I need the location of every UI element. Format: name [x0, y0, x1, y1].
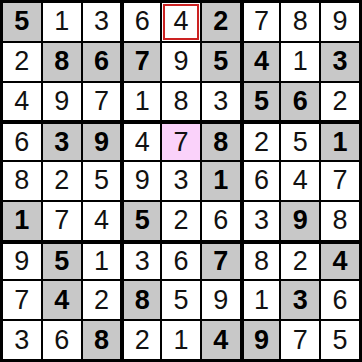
- cell-r7c6[interactable]: 7: [202, 242, 240, 280]
- cell-r8c4[interactable]: 8: [122, 281, 160, 319]
- cell-r2c9[interactable]: 3: [321, 43, 359, 81]
- cell-r9c5[interactable]: 1: [162, 321, 200, 359]
- cell-r6c6[interactable]: 6: [202, 202, 240, 240]
- cell-r7c9[interactable]: 4: [321, 242, 359, 280]
- cell-r9c1[interactable]: 3: [3, 321, 41, 359]
- cell-r4c2[interactable]: 3: [43, 122, 81, 160]
- cell-r5c7[interactable]: 6: [242, 162, 280, 200]
- cell-r9c8[interactable]: 7: [281, 321, 319, 359]
- cell-r3c9[interactable]: 2: [321, 83, 359, 121]
- cell-r8c9[interactable]: 6: [321, 281, 359, 319]
- cell-r1c6[interactable]: 2: [202, 3, 240, 41]
- cell-r7c3[interactable]: 1: [83, 242, 121, 280]
- cell-r5c8[interactable]: 4: [281, 162, 319, 200]
- cell-r1c5[interactable]: 4: [162, 3, 200, 41]
- cell-r8c1[interactable]: 7: [3, 281, 41, 319]
- cell-r3c1[interactable]: 4: [3, 83, 41, 121]
- cell-r4c7[interactable]: 2: [242, 122, 280, 160]
- cell-r4c6[interactable]: 8: [202, 122, 240, 160]
- cell-r6c2[interactable]: 7: [43, 202, 81, 240]
- cell-r5c2[interactable]: 2: [43, 162, 81, 200]
- cell-r3c7[interactable]: 5: [242, 83, 280, 121]
- cell-r7c5[interactable]: 6: [162, 242, 200, 280]
- cell-r8c2[interactable]: 4: [43, 281, 81, 319]
- cell-r4c9[interactable]: 1: [321, 122, 359, 160]
- cell-r3c4[interactable]: 1: [122, 83, 160, 121]
- cell-r7c4[interactable]: 3: [122, 242, 160, 280]
- cell-r5c4[interactable]: 9: [122, 162, 160, 200]
- cell-r1c9[interactable]: 9: [321, 3, 359, 41]
- cell-r3c3[interactable]: 7: [83, 83, 121, 121]
- cell-r6c7[interactable]: 3: [242, 202, 280, 240]
- cell-r5c6[interactable]: 1: [202, 162, 240, 200]
- cell-r6c1[interactable]: 1: [3, 202, 41, 240]
- cell-r2c3[interactable]: 6: [83, 43, 121, 81]
- cell-r7c1[interactable]: 9: [3, 242, 41, 280]
- cell-r3c2[interactable]: 9: [43, 83, 81, 121]
- cell-r2c2[interactable]: 8: [43, 43, 81, 81]
- cell-r6c3[interactable]: 4: [83, 202, 121, 240]
- cell-r4c3[interactable]: 9: [83, 122, 121, 160]
- cell-r5c9[interactable]: 7: [321, 162, 359, 200]
- cell-r1c1[interactable]: 5: [3, 3, 41, 41]
- cell-r9c6[interactable]: 4: [202, 321, 240, 359]
- cell-r5c1[interactable]: 8: [3, 162, 41, 200]
- cell-r2c4[interactable]: 7: [122, 43, 160, 81]
- cell-r4c1[interactable]: 6: [3, 122, 41, 160]
- cell-r2c7[interactable]: 4: [242, 43, 280, 81]
- cell-r1c3[interactable]: 3: [83, 3, 121, 41]
- cell-r9c9[interactable]: 5: [321, 321, 359, 359]
- cell-r4c5[interactable]: 7: [162, 122, 200, 160]
- cell-r5c5[interactable]: 3: [162, 162, 200, 200]
- cell-r8c8[interactable]: 3: [281, 281, 319, 319]
- cell-r7c2[interactable]: 5: [43, 242, 81, 280]
- cell-r1c8[interactable]: 8: [281, 3, 319, 41]
- cell-r2c5[interactable]: 9: [162, 43, 200, 81]
- cell-r1c2[interactable]: 1: [43, 3, 81, 41]
- cell-r1c7[interactable]: 7: [242, 3, 280, 41]
- cell-r9c4[interactable]: 2: [122, 321, 160, 359]
- cell-r2c6[interactable]: 5: [202, 43, 240, 81]
- cell-r6c5[interactable]: 2: [162, 202, 200, 240]
- cell-r9c3[interactable]: 8: [83, 321, 121, 359]
- cell-r2c1[interactable]: 2: [3, 43, 41, 81]
- cell-r7c7[interactable]: 8: [242, 242, 280, 280]
- sudoku-board: 5136427892867954134971835626394782518259…: [0, 0, 362, 362]
- cell-r3c5[interactable]: 8: [162, 83, 200, 121]
- cell-r9c2[interactable]: 6: [43, 321, 81, 359]
- cell-r4c4[interactable]: 4: [122, 122, 160, 160]
- cell-r9c7[interactable]: 9: [242, 321, 280, 359]
- cell-r6c9[interactable]: 8: [321, 202, 359, 240]
- cell-r8c6[interactable]: 9: [202, 281, 240, 319]
- cell-r8c3[interactable]: 2: [83, 281, 121, 319]
- cell-r8c7[interactable]: 1: [242, 281, 280, 319]
- cell-r6c4[interactable]: 5: [122, 202, 160, 240]
- cell-r3c8[interactable]: 6: [281, 83, 319, 121]
- cell-r7c8[interactable]: 2: [281, 242, 319, 280]
- cell-r6c8[interactable]: 9: [281, 202, 319, 240]
- cell-r3c6[interactable]: 3: [202, 83, 240, 121]
- cell-r4c8[interactable]: 5: [281, 122, 319, 160]
- cell-r1c4[interactable]: 6: [122, 3, 160, 41]
- cell-r8c5[interactable]: 5: [162, 281, 200, 319]
- cell-r2c8[interactable]: 1: [281, 43, 319, 81]
- cell-r5c3[interactable]: 5: [83, 162, 121, 200]
